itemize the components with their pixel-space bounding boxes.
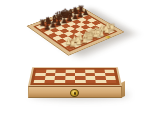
folded-chess-board-box bbox=[28, 58, 122, 102]
board-cell bbox=[106, 80, 117, 84]
open-board-squares: ♜♞♝♛♚♝♞♜♟♟♟♟♟♟♟♟♟♟♟♟♟♟♟♟♜♞♝♛♚♝♞♜ bbox=[33, 9, 117, 51]
clasp-pin-icon bbox=[74, 92, 76, 95]
folded-board-top bbox=[28, 67, 122, 86]
open-chess-board: ♜♞♝♛♚♝♞♜♟♟♟♟♟♟♟♟♟♟♟♟♟♟♟♟♜♞♝♛♚♝♞♜ bbox=[26, 6, 124, 55]
chess-piece-white-r[interactable]: ♜ bbox=[63, 39, 83, 49]
open-board-frame: ♜♞♝♛♚♝♞♜♟♟♟♟♟♟♟♟♟♟♟♟♟♟♟♟♜♞♝♛♚♝♞♜ bbox=[26, 6, 124, 55]
board-cell bbox=[34, 80, 45, 84]
board-cell bbox=[95, 80, 106, 84]
clasp-latch-icon bbox=[70, 89, 79, 97]
folded-board-front-panel bbox=[28, 86, 122, 98]
board-cell bbox=[65, 80, 75, 84]
board-cell bbox=[75, 80, 85, 84]
folded-board-squares bbox=[34, 70, 117, 84]
board-cell bbox=[54, 80, 65, 84]
board-cell bbox=[85, 80, 96, 84]
chess-piece-black-p[interactable]: ♟ bbox=[37, 23, 56, 31]
product-photo-scene: ♜♞♝♛♚♝♞♜♟♟♟♟♟♟♟♟♟♟♟♟♟♟♟♟♜♞♝♛♚♝♞♜ bbox=[0, 0, 150, 113]
board-cell[interactable]: ♜ bbox=[65, 44, 75, 50]
board-cell bbox=[44, 80, 55, 84]
